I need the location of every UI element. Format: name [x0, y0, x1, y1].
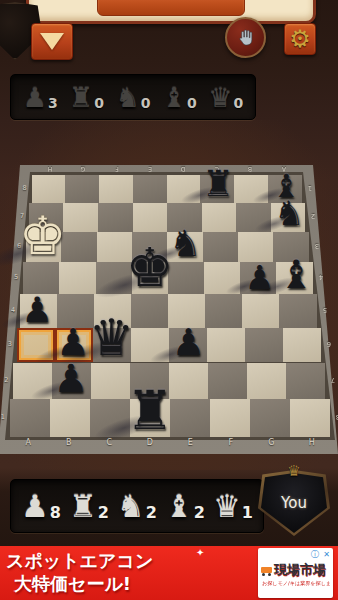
captured-bishop: ♝ 2 — [165, 491, 205, 522]
file-label-top-F: F — [110, 166, 124, 173]
brand-tagline: お探しモノ/キは業界を探しま — [262, 580, 331, 588]
square-d7[interactable] — [133, 203, 168, 232]
rank-label-right-3: 3 — [310, 242, 324, 250]
captured-queen: ♛ 1 — [213, 491, 253, 522]
square-h4[interactable] — [279, 294, 316, 327]
rank-label-right-1: 1 — [303, 184, 317, 192]
file-label-bottom-F: F — [224, 438, 238, 447]
rank-label-left-3: 3 — [3, 340, 17, 348]
knight-icon: ♞ — [117, 491, 145, 522]
captured-tray-you: ♟ 8 ♜ 2 ♞ 2 ♝ 2 ♛ 1 — [10, 479, 264, 533]
square-g2[interactable] — [247, 363, 286, 399]
adchoices-icon[interactable]: ⓘ — [311, 550, 320, 559]
square-f2[interactable] — [208, 363, 247, 399]
square-g3[interactable] — [245, 328, 283, 363]
square-b8[interactable] — [65, 175, 99, 203]
piece-white-king-a6[interactable]: ♚ — [19, 210, 66, 263]
brand-row: 現場市場 — [261, 561, 326, 579]
file-label-top-D: D — [176, 166, 190, 173]
piece-black-bishop-h5[interactable]: ♝ — [279, 255, 314, 294]
piece-black-knight-h7[interactable]: ♞ — [274, 197, 304, 231]
piece-black-knight-e6[interactable]: ♞ — [169, 226, 201, 262]
brand-name: 現場市場 — [274, 561, 326, 579]
square-f6[interactable] — [203, 232, 238, 263]
square-g1[interactable] — [250, 399, 290, 437]
square-a8[interactable] — [32, 175, 66, 203]
knight-count: 2 — [146, 503, 157, 522]
rank-label-right-6: 6 — [322, 340, 336, 348]
queen-count: 1 — [242, 503, 253, 522]
square-b1[interactable] — [50, 399, 90, 437]
rank-label-left-8: 8 — [18, 184, 32, 192]
file-label-top-B: B — [243, 166, 257, 173]
pawn-icon: ♟ — [21, 491, 49, 522]
ad-headline-line2: 大特価セール! — [14, 572, 184, 595]
ad-headline: スポットエアコン 大特価セール! — [6, 549, 184, 595]
piece-black-rook-d1[interactable]: ♜ — [126, 384, 174, 438]
file-label-top-H: H — [43, 166, 57, 173]
rank-label-left-2: 2 — [0, 376, 13, 384]
ad-headline-line1: スポットエアコン — [6, 549, 184, 572]
queen-icon: ♛ — [213, 491, 241, 522]
pawn-count: 8 — [50, 503, 61, 522]
rank-label-left-5: 5 — [9, 273, 23, 281]
rank-label-left-1: 1 — [0, 413, 10, 421]
file-label-bottom-G: G — [264, 438, 278, 447]
square-h2[interactable] — [286, 363, 325, 399]
truck-icon — [261, 566, 273, 575]
file-label-top-G: G — [76, 166, 90, 173]
square-e1[interactable] — [170, 399, 210, 437]
rank-label-right-7: 7 — [326, 376, 338, 384]
square-f1[interactable] — [210, 399, 250, 437]
crown-icon: ♛ — [287, 462, 300, 480]
rank-label-right-2: 2 — [306, 212, 320, 220]
square-f7[interactable] — [202, 203, 237, 232]
bishop-icon: ♝ — [165, 491, 193, 522]
ad-close-icon[interactable]: ✕ — [323, 550, 331, 559]
rank-label-right-5: 5 — [318, 306, 332, 314]
square-f4[interactable] — [205, 294, 242, 327]
square-g4[interactable] — [242, 294, 279, 327]
rook-icon: ♜ — [69, 491, 97, 522]
chess-app-screen: ⚙ ♟ 3 ♜ 0 ♞ 0 ♝ 0 ♛ 0 AHBGCFDEEDFCGBHA81… — [0, 0, 338, 600]
piece-black-pawn-b2[interactable]: ♟ — [53, 360, 88, 399]
piece-black-king-d5[interactable]: ♚ — [126, 241, 174, 294]
square-b7[interactable] — [63, 203, 98, 232]
sparkle-icon: ✦ — [196, 547, 204, 558]
square-a1[interactable] — [10, 399, 50, 437]
captured-pawn: ♟ 8 — [21, 491, 61, 522]
square-b6[interactable] — [61, 232, 96, 263]
ad-meta-icons: ⓘ ✕ — [311, 549, 331, 560]
square-c2[interactable] — [91, 363, 130, 399]
square-f3[interactable] — [207, 328, 245, 363]
square-e2[interactable] — [169, 363, 208, 399]
square-d8[interactable] — [133, 175, 167, 203]
file-label-bottom-A: A — [21, 438, 35, 447]
square-h1[interactable] — [290, 399, 330, 437]
rook-count: 2 — [98, 503, 109, 522]
captured-rook: ♜ 2 — [69, 491, 109, 522]
ad-brand-card[interactable]: ⓘ ✕ 現場市場 お探しモノ/キは業界を探しま — [258, 548, 333, 598]
player-label: You — [281, 494, 307, 512]
file-label-bottom-E: E — [183, 438, 197, 447]
square-c8[interactable] — [99, 175, 133, 203]
square-h3[interactable] — [283, 328, 321, 363]
player-badge[interactable]: ♛ You — [258, 470, 330, 536]
piece-black-rook-f8[interactable]: ♜ — [202, 166, 234, 202]
piece-black-pawn-e3[interactable]: ♟ — [172, 325, 205, 362]
player-shield: You — [261, 473, 327, 533]
bishop-count: 2 — [194, 503, 205, 522]
rank-label-right-4: 4 — [314, 273, 328, 281]
captured-knight: ♞ 2 — [117, 491, 157, 522]
piece-black-pawn-g5[interactable]: ♟ — [245, 261, 275, 294]
file-label-bottom-H: H — [305, 438, 319, 447]
piece-black-queen-c3[interactable]: ♛ — [89, 313, 134, 363]
piece-black-pawn-a4[interactable]: ♟ — [21, 292, 52, 327]
rank-label-right-8: 8 — [331, 413, 338, 421]
rank-label-left-4: 4 — [6, 306, 20, 314]
square-b5[interactable] — [59, 262, 95, 294]
square-c7[interactable] — [98, 203, 133, 232]
file-label-top-E: E — [143, 166, 157, 173]
file-label-bottom-B: B — [62, 438, 76, 447]
